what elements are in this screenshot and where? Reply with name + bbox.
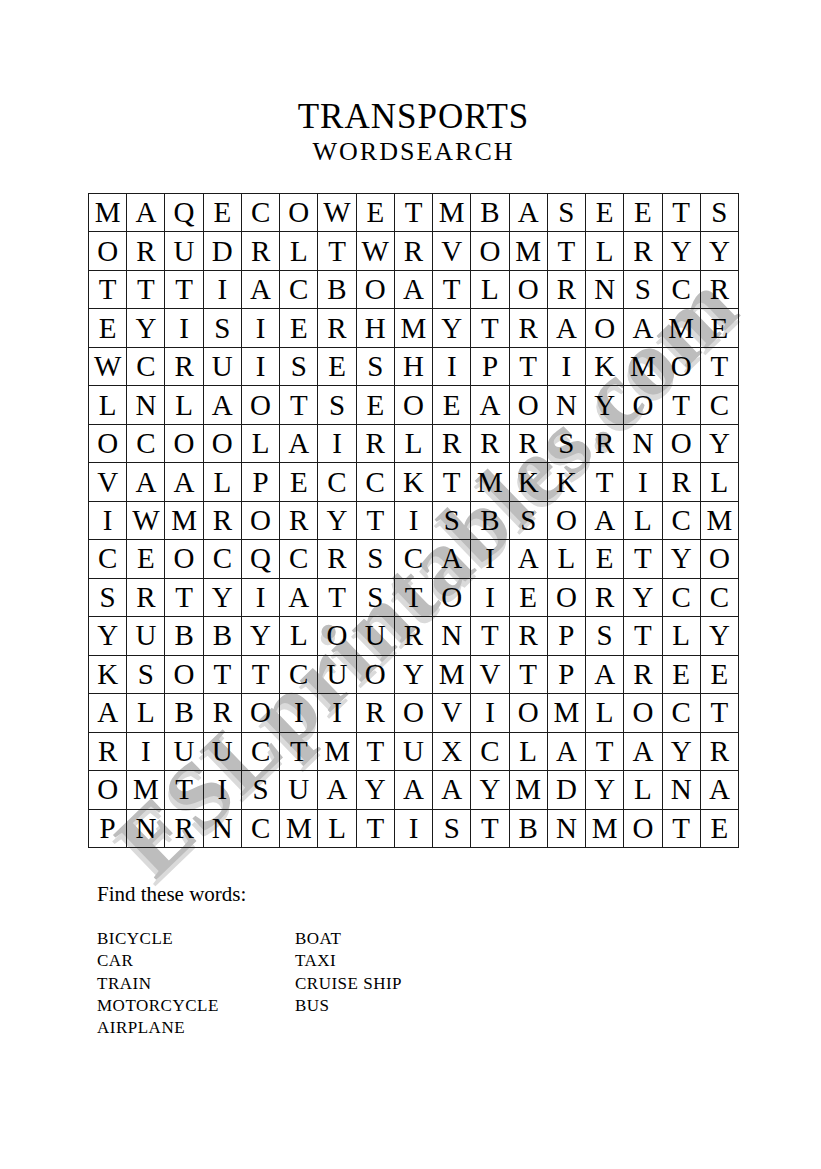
grid-cell[interactable]: A — [127, 194, 165, 232]
grid-cell[interactable]: T — [510, 656, 548, 694]
grid-cell[interactable]: K — [586, 348, 624, 386]
grid-cell[interactable]: A — [586, 656, 624, 694]
grid-cell[interactable]: T — [663, 810, 701, 848]
grid-cell[interactable]: Y — [471, 771, 509, 809]
grid-cell[interactable]: L — [127, 694, 165, 732]
grid-cell[interactable]: V — [471, 656, 509, 694]
grid-cell[interactable]: K — [89, 656, 127, 694]
grid-cell[interactable]: R — [204, 694, 242, 732]
grid-cell[interactable]: S — [89, 579, 127, 617]
grid-cell[interactable]: N — [663, 771, 701, 809]
grid-cell[interactable]: S — [433, 502, 471, 540]
grid-cell[interactable]: L — [548, 540, 586, 578]
grid-cell[interactable]: L — [586, 232, 624, 270]
grid-cell[interactable]: I — [204, 771, 242, 809]
grid-cell[interactable]: A — [624, 733, 662, 771]
grid-cell[interactable]: T — [127, 271, 165, 309]
grid-cell[interactable]: S — [357, 348, 395, 386]
grid-cell[interactable]: E — [318, 348, 356, 386]
grid-cell[interactable]: T — [318, 232, 356, 270]
grid-cell[interactable]: C — [471, 733, 509, 771]
grid-cell[interactable]: R — [701, 271, 739, 309]
grid-cell[interactable]: C — [280, 540, 318, 578]
grid-cell[interactable]: P — [89, 810, 127, 848]
grid-cell[interactable]: I — [471, 579, 509, 617]
grid-cell[interactable]: M — [701, 502, 739, 540]
grid-cell[interactable]: E — [701, 656, 739, 694]
grid-cell[interactable]: R — [510, 309, 548, 347]
grid-cell[interactable]: M — [318, 733, 356, 771]
grid-cell[interactable]: T — [433, 271, 471, 309]
grid-cell[interactable]: D — [548, 771, 586, 809]
grid-cell[interactable]: I — [471, 540, 509, 578]
grid-cell[interactable]: E — [701, 810, 739, 848]
grid-cell[interactable]: Y — [586, 386, 624, 424]
grid-cell[interactable]: I — [165, 309, 203, 347]
grid-cell[interactable]: B — [165, 617, 203, 655]
grid-cell[interactable]: Y — [395, 656, 433, 694]
grid-cell[interactable]: L — [624, 771, 662, 809]
grid-cell[interactable]: R — [624, 656, 662, 694]
grid-cell[interactable]: R — [204, 502, 242, 540]
grid-cell[interactable]: O — [165, 540, 203, 578]
grid-cell[interactable]: A — [433, 771, 471, 809]
grid-cell[interactable]: O — [204, 425, 242, 463]
grid-cell[interactable]: Y — [318, 502, 356, 540]
grid-cell[interactable]: S — [548, 194, 586, 232]
grid-cell[interactable]: T — [663, 194, 701, 232]
grid-cell[interactable]: N — [624, 425, 662, 463]
grid-cell[interactable]: R — [624, 232, 662, 270]
grid-cell[interactable]: T — [357, 502, 395, 540]
grid-cell[interactable]: I — [395, 502, 433, 540]
grid-cell[interactable]: U — [165, 232, 203, 270]
grid-cell[interactable]: O — [510, 386, 548, 424]
grid-cell[interactable]: C — [663, 579, 701, 617]
grid-cell[interactable]: T — [701, 694, 739, 732]
grid-cell[interactable]: O — [242, 502, 280, 540]
grid-cell[interactable]: I — [242, 348, 280, 386]
grid-cell[interactable]: L — [280, 617, 318, 655]
grid-cell[interactable]: T — [165, 771, 203, 809]
find-words-label: Find these words: — [97, 882, 246, 907]
grid-cell[interactable]: M — [280, 810, 318, 848]
grid-cell[interactable]: L — [165, 386, 203, 424]
grid-cell[interactable]: E — [357, 194, 395, 232]
grid-cell[interactable]: P — [548, 617, 586, 655]
grid-cell[interactable]: W — [318, 194, 356, 232]
grid-cell[interactable]: S — [510, 502, 548, 540]
grid-cell[interactable]: R — [586, 579, 624, 617]
grid-cell[interactable]: T — [280, 386, 318, 424]
grid-cell[interactable]: T — [586, 463, 624, 501]
grid-cell[interactable]: T — [624, 617, 662, 655]
grid-cell[interactable]: N — [127, 810, 165, 848]
grid-cell[interactable]: K — [510, 463, 548, 501]
grid-cell[interactable]: O — [89, 232, 127, 270]
grid-cell[interactable]: O — [395, 694, 433, 732]
grid-cell[interactable]: W — [357, 232, 395, 270]
grid-cell[interactable]: L — [624, 502, 662, 540]
grid-cell[interactable]: O — [242, 386, 280, 424]
grid-cell[interactable]: O — [165, 656, 203, 694]
grid-cell[interactable]: O — [433, 579, 471, 617]
grid-cell[interactable]: D — [204, 232, 242, 270]
grid-cell[interactable]: O — [242, 694, 280, 732]
grid-cell[interactable]: T — [471, 309, 509, 347]
grid-cell[interactable]: T — [701, 348, 739, 386]
grid-cell[interactable]: O — [89, 425, 127, 463]
grid-cell[interactable]: K — [548, 463, 586, 501]
grid-cell[interactable]: M — [663, 309, 701, 347]
grid-cell[interactable]: A — [586, 502, 624, 540]
grid-cell[interactable]: T — [318, 579, 356, 617]
grid-cell[interactable]: I — [433, 348, 471, 386]
grid-cell[interactable]: O — [624, 810, 662, 848]
grid-cell[interactable]: M — [510, 771, 548, 809]
grid-cell[interactable]: B — [165, 694, 203, 732]
grid-cell[interactable]: B — [318, 271, 356, 309]
grid-cell[interactable]: U — [395, 733, 433, 771]
grid-cell[interactable]: M — [165, 502, 203, 540]
grid-cell[interactable]: B — [471, 502, 509, 540]
grid-cell[interactable]: L — [242, 425, 280, 463]
grid-cell[interactable]: E — [433, 386, 471, 424]
grid-cell[interactable]: B — [471, 194, 509, 232]
grid-cell[interactable]: L — [395, 425, 433, 463]
word-item: CRUISE SHIP — [295, 974, 402, 996]
grid-cell[interactable]: Y — [357, 771, 395, 809]
grid-cell[interactable]: A — [548, 733, 586, 771]
grid-cell[interactable]: R — [127, 579, 165, 617]
grid-cell[interactable]: M — [471, 463, 509, 501]
grid-cell[interactable]: E — [586, 540, 624, 578]
grid-cell[interactable]: M — [395, 309, 433, 347]
grid-cell[interactable]: L — [510, 733, 548, 771]
grid-cell[interactable]: O — [586, 309, 624, 347]
grid-cell[interactable]: I — [395, 810, 433, 848]
grid-cell[interactable]: N — [548, 810, 586, 848]
grid-cell[interactable]: C — [318, 463, 356, 501]
grid-cell[interactable]: I — [318, 694, 356, 732]
grid-cell[interactable]: R — [357, 425, 395, 463]
grid-cell[interactable]: O — [624, 694, 662, 732]
grid-cell[interactable]: L — [586, 694, 624, 732]
grid-cell[interactable]: Y — [127, 309, 165, 347]
grid-cell[interactable]: O — [663, 425, 701, 463]
grid-cell[interactable]: Y — [89, 617, 127, 655]
grid-cell[interactable]: A — [204, 386, 242, 424]
grid-cell[interactable]: E — [510, 579, 548, 617]
grid-cell[interactable]: U — [204, 733, 242, 771]
grid-cell[interactable]: A — [127, 463, 165, 501]
grid-cell[interactable]: T — [357, 810, 395, 848]
grid-cell[interactable]: E — [204, 194, 242, 232]
grid-cell[interactable]: O — [357, 271, 395, 309]
grid-cell[interactable]: M — [433, 656, 471, 694]
grid-cell[interactable]: R — [395, 232, 433, 270]
grid-cell[interactable]: T — [471, 810, 509, 848]
grid-cell[interactable]: T — [89, 271, 127, 309]
grid-cell[interactable]: H — [357, 309, 395, 347]
grid-cell[interactable]: H — [395, 348, 433, 386]
grid-cell[interactable]: R — [165, 348, 203, 386]
grid-cell[interactable]: V — [433, 232, 471, 270]
grid-cell[interactable]: L — [318, 810, 356, 848]
grid-cell[interactable]: C — [204, 540, 242, 578]
grid-cell[interactable]: T — [165, 579, 203, 617]
grid-cell[interactable]: Q — [165, 194, 203, 232]
grid-cell[interactable]: A — [280, 425, 318, 463]
grid-cell[interactable]: U — [204, 348, 242, 386]
grid-cell[interactable]: N — [127, 386, 165, 424]
grid-cell[interactable]: N — [433, 617, 471, 655]
grid-cell[interactable]: B — [204, 617, 242, 655]
grid-cell[interactable]: U — [318, 656, 356, 694]
grid-cell[interactable]: A — [395, 771, 433, 809]
grid-cell[interactable]: E — [127, 540, 165, 578]
grid-cell[interactable]: Y — [663, 540, 701, 578]
word-list: BICYCLE BOAT CAR TAXI TRAIN CRUISE SHIP … — [97, 929, 402, 1040]
grid-cell[interactable]: Y — [701, 425, 739, 463]
grid-cell[interactable]: T — [242, 656, 280, 694]
grid-cell[interactable]: A — [471, 386, 509, 424]
grid-cell[interactable]: O — [548, 502, 586, 540]
grid-cell[interactable]: A — [280, 579, 318, 617]
grid-cell[interactable]: N — [548, 386, 586, 424]
grid-cell[interactable]: C — [663, 694, 701, 732]
grid-cell[interactable]: L — [280, 232, 318, 270]
grid-cell[interactable]: R — [89, 733, 127, 771]
grid-cell[interactable]: S — [701, 194, 739, 232]
grid-cell[interactable]: E — [586, 194, 624, 232]
grid-cell[interactable]: I — [471, 694, 509, 732]
grid-cell[interactable]: E — [280, 463, 318, 501]
grid-cell[interactable]: I — [89, 502, 127, 540]
grid-cell[interactable]: Y — [242, 617, 280, 655]
grid-cell[interactable]: Y — [204, 579, 242, 617]
grid-cell[interactable]: O — [280, 194, 318, 232]
grid-cell[interactable]: L — [204, 463, 242, 501]
grid-cell[interactable]: S — [280, 348, 318, 386]
grid-cell[interactable]: S — [127, 656, 165, 694]
grid-cell[interactable]: T — [395, 194, 433, 232]
grid-cell[interactable]: E — [357, 386, 395, 424]
grid-cell[interactable]: E — [701, 309, 739, 347]
grid-cell[interactable]: T — [165, 271, 203, 309]
grid-cell[interactable]: E — [89, 309, 127, 347]
grid-cell[interactable]: T — [280, 733, 318, 771]
grid-cell[interactable]: T — [586, 733, 624, 771]
page-title: TRANSPORTS — [88, 97, 739, 137]
grid-cell[interactable]: E — [280, 309, 318, 347]
grid-cell[interactable]: C — [663, 271, 701, 309]
grid-cell[interactable]: O — [510, 271, 548, 309]
word-item: MOTORCYCLE — [97, 996, 295, 1018]
grid-cell[interactable]: O — [471, 232, 509, 270]
grid-cell[interactable]: B — [510, 810, 548, 848]
grid-cell[interactable]: V — [433, 694, 471, 732]
grid-cell[interactable]: I — [204, 271, 242, 309]
grid-cell[interactable]: R — [165, 810, 203, 848]
grid-cell[interactable]: M — [89, 194, 127, 232]
grid-cell[interactable]: C — [280, 656, 318, 694]
grid-cell[interactable]: Y — [433, 309, 471, 347]
grid-cell[interactable]: R — [127, 232, 165, 270]
grid-cell[interactable]: U — [280, 771, 318, 809]
grid-cell[interactable]: Q — [242, 540, 280, 578]
grid-cell[interactable]: N — [204, 810, 242, 848]
grid-cell[interactable]: O — [165, 425, 203, 463]
grid-cell[interactable]: A — [242, 271, 280, 309]
grid-cell[interactable]: L — [471, 271, 509, 309]
grid-cell[interactable]: C — [127, 348, 165, 386]
grid-cell[interactable]: A — [510, 540, 548, 578]
grid-cell[interactable]: M — [624, 348, 662, 386]
grid-cell[interactable]: R — [318, 309, 356, 347]
grid-cell[interactable]: O — [663, 348, 701, 386]
grid-cell[interactable]: T — [624, 540, 662, 578]
grid-cell[interactable]: C — [89, 540, 127, 578]
grid-cell[interactable]: R — [395, 617, 433, 655]
grid-cell[interactable]: I — [127, 733, 165, 771]
grid-cell[interactable]: Y — [624, 579, 662, 617]
grid-cell[interactable]: I — [242, 309, 280, 347]
grid-cell[interactable]: Y — [586, 771, 624, 809]
grid-cell[interactable]: U — [165, 733, 203, 771]
grid-cell[interactable]: L — [89, 386, 127, 424]
grid-cell[interactable]: O — [510, 694, 548, 732]
grid-cell[interactable]: Y — [663, 733, 701, 771]
grid-cell[interactable]: A — [510, 194, 548, 232]
grid-cell[interactable]: C — [127, 425, 165, 463]
grid-cell[interactable]: C — [242, 194, 280, 232]
grid-cell[interactable]: T — [357, 733, 395, 771]
grid-cell[interactable]: C — [701, 579, 739, 617]
grid-cell[interactable]: W — [89, 348, 127, 386]
grid-cell[interactable]: R — [242, 232, 280, 270]
grid-cell[interactable]: S — [548, 425, 586, 463]
grid-cell[interactable]: R — [357, 694, 395, 732]
grid-cell[interactable]: A — [548, 309, 586, 347]
grid-cell[interactable]: P — [242, 463, 280, 501]
grid-cell[interactable]: R — [701, 733, 739, 771]
grid-cell[interactable]: S — [357, 540, 395, 578]
grid-cell[interactable]: I — [548, 348, 586, 386]
grid-cell[interactable]: S — [586, 617, 624, 655]
grid-cell[interactable]: T — [510, 348, 548, 386]
grid-cell[interactable]: O — [395, 386, 433, 424]
grid-cell[interactable]: A — [433, 540, 471, 578]
grid-cell[interactable]: O — [357, 656, 395, 694]
grid-cell[interactable]: C — [701, 386, 739, 424]
grid-cell[interactable]: T — [204, 656, 242, 694]
grid-cell[interactable]: O — [548, 579, 586, 617]
word-item: BICYCLE — [97, 929, 295, 951]
grid-cell[interactable]: C — [280, 271, 318, 309]
grid-cell[interactable]: T — [433, 463, 471, 501]
grid-cell[interactable]: U — [127, 617, 165, 655]
grid-cell[interactable]: R — [471, 425, 509, 463]
grid-cell[interactable]: C — [242, 810, 280, 848]
grid-cell[interactable]: T — [395, 579, 433, 617]
grid-cell[interactable]: Y — [663, 232, 701, 270]
grid-cell[interactable]: R — [663, 463, 701, 501]
grid-cell[interactable]: S — [204, 309, 242, 347]
grid-cell[interactable]: O — [624, 386, 662, 424]
grid-cell[interactable]: A — [701, 771, 739, 809]
grid-cell[interactable]: L — [701, 463, 739, 501]
grid-cell[interactable]: Y — [701, 232, 739, 270]
grid-cell[interactable]: C — [395, 540, 433, 578]
grid-cell[interactable]: I — [280, 694, 318, 732]
grid-cell[interactable]: P — [548, 656, 586, 694]
word-item: AIRPLANE — [97, 1018, 295, 1040]
grid-cell[interactable]: C — [663, 502, 701, 540]
grid-cell[interactable]: R — [280, 502, 318, 540]
grid-cell[interactable]: R — [510, 425, 548, 463]
grid-cell[interactable]: O — [318, 617, 356, 655]
grid-cell[interactable]: S — [318, 386, 356, 424]
grid-cell[interactable]: A — [318, 771, 356, 809]
grid-cell[interactable]: E — [663, 656, 701, 694]
grid-cell[interactable]: O — [89, 771, 127, 809]
grid-cell[interactable]: U — [357, 617, 395, 655]
grid-cell[interactable]: O — [701, 540, 739, 578]
grid-cell[interactable]: M — [433, 194, 471, 232]
grid-cell[interactable]: N — [586, 271, 624, 309]
grid-cell[interactable]: W — [127, 502, 165, 540]
grid-cell[interactable]: M — [127, 771, 165, 809]
grid-cell[interactable]: V — [89, 463, 127, 501]
grid-cell[interactable]: C — [242, 733, 280, 771]
grid-cell[interactable]: S — [433, 810, 471, 848]
grid-cell[interactable]: Y — [701, 617, 739, 655]
grid-cell[interactable]: S — [357, 579, 395, 617]
grid-cell[interactable]: I — [624, 463, 662, 501]
grid-cell[interactable]: E — [624, 194, 662, 232]
grid-cell[interactable]: T — [548, 232, 586, 270]
word-item: CAR — [97, 951, 295, 973]
grid-cell[interactable]: R — [548, 271, 586, 309]
page-subtitle: WORDSEARCH — [88, 137, 739, 167]
grid-cell[interactable]: R — [433, 425, 471, 463]
grid-cell[interactable]: R — [318, 540, 356, 578]
grid-cell[interactable]: P — [471, 348, 509, 386]
grid-cell[interactable]: T — [663, 386, 701, 424]
word-item: TRAIN — [97, 974, 295, 996]
grid-cell[interactable]: S — [242, 771, 280, 809]
grid-cell[interactable]: M — [548, 694, 586, 732]
grid-cell[interactable]: A — [395, 271, 433, 309]
grid-cell[interactable]: M — [510, 232, 548, 270]
grid-cell[interactable]: A — [165, 463, 203, 501]
grid-cell[interactable]: R — [510, 617, 548, 655]
grid-cell[interactable]: X — [433, 733, 471, 771]
grid-cell[interactable]: A — [624, 309, 662, 347]
grid-cell[interactable]: A — [89, 694, 127, 732]
word-item: BOAT — [295, 929, 402, 951]
grid-cell[interactable]: L — [663, 617, 701, 655]
grid-cell[interactable]: K — [395, 463, 433, 501]
grid-cell[interactable]: I — [242, 579, 280, 617]
grid-cell[interactable]: T — [471, 617, 509, 655]
grid-cell[interactable]: M — [586, 810, 624, 848]
grid-cell[interactable]: I — [318, 425, 356, 463]
grid-cell[interactable]: S — [624, 271, 662, 309]
grid-cell[interactable]: C — [357, 463, 395, 501]
grid-cell[interactable]: R — [586, 425, 624, 463]
